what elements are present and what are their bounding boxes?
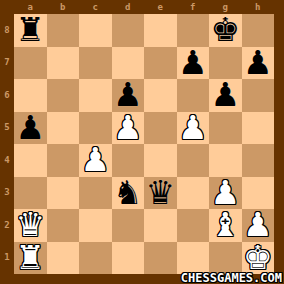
white-pawn-icon[interactable]: ♟ bbox=[113, 112, 143, 145]
rank-label-7: 7 bbox=[0, 47, 14, 80]
square-h4[interactable] bbox=[242, 144, 275, 177]
square-b2[interactable] bbox=[47, 209, 80, 242]
square-e2[interactable] bbox=[144, 209, 177, 242]
file-label-f: f bbox=[177, 0, 210, 14]
file-label-b: b bbox=[47, 0, 80, 14]
site-watermark: CHESSGAMES.COM bbox=[181, 272, 282, 284]
square-b8[interactable] bbox=[47, 14, 80, 47]
black-pawn-icon[interactable]: ♟ bbox=[243, 47, 273, 80]
square-f5[interactable]: ♟ bbox=[177, 112, 210, 145]
square-b1[interactable] bbox=[47, 242, 80, 275]
rank-label-2: 2 bbox=[0, 209, 14, 242]
square-f8[interactable] bbox=[177, 14, 210, 47]
square-a5[interactable]: ♟ bbox=[14, 112, 47, 145]
square-d1[interactable] bbox=[112, 242, 145, 275]
square-d5[interactable]: ♟ bbox=[112, 112, 145, 145]
rank-label-4: 4 bbox=[0, 144, 14, 177]
square-e7[interactable] bbox=[144, 47, 177, 80]
square-c2[interactable] bbox=[79, 209, 112, 242]
square-c8[interactable] bbox=[79, 14, 112, 47]
square-e1[interactable] bbox=[144, 242, 177, 275]
square-b5[interactable] bbox=[47, 112, 80, 145]
square-d3[interactable]: ♞ bbox=[112, 177, 145, 210]
square-e3[interactable]: ♛ bbox=[144, 177, 177, 210]
rank-label-3: 3 bbox=[0, 177, 14, 210]
chess-board-diagram: abcdefgh 87654321 ♜♚♟♟♟♟♟♟♟♟♞♛♟♛♝♟♜♚ CHE… bbox=[0, 0, 284, 284]
white-king-icon[interactable]: ♚ bbox=[243, 242, 273, 275]
black-pawn-icon[interactable]: ♟ bbox=[178, 47, 208, 80]
white-pawn-icon[interactable]: ♟ bbox=[243, 209, 273, 242]
square-g2[interactable]: ♝ bbox=[209, 209, 242, 242]
white-queen-icon[interactable]: ♛ bbox=[15, 209, 45, 242]
rank-label-8: 8 bbox=[0, 14, 14, 47]
square-g8[interactable]: ♚ bbox=[209, 14, 242, 47]
square-a1[interactable]: ♜ bbox=[14, 242, 47, 275]
square-c4[interactable]: ♟ bbox=[79, 144, 112, 177]
rank-labels: 87654321 bbox=[0, 14, 14, 274]
square-f1[interactable] bbox=[177, 242, 210, 275]
black-pawn-icon[interactable]: ♟ bbox=[113, 79, 143, 112]
white-bishop-icon[interactable]: ♝ bbox=[210, 209, 240, 242]
white-pawn-icon[interactable]: ♟ bbox=[80, 144, 110, 177]
square-c6[interactable] bbox=[79, 79, 112, 112]
square-h2[interactable]: ♟ bbox=[242, 209, 275, 242]
square-h7[interactable]: ♟ bbox=[242, 47, 275, 80]
square-a4[interactable] bbox=[14, 144, 47, 177]
black-rook-icon[interactable]: ♜ bbox=[15, 14, 45, 47]
square-c3[interactable] bbox=[79, 177, 112, 210]
black-queen-icon[interactable]: ♛ bbox=[145, 177, 175, 210]
square-f4[interactable] bbox=[177, 144, 210, 177]
rank-label-6: 6 bbox=[0, 79, 14, 112]
black-pawn-icon[interactable]: ♟ bbox=[210, 79, 240, 112]
square-g5[interactable] bbox=[209, 112, 242, 145]
square-h1[interactable]: ♚ bbox=[242, 242, 275, 275]
white-pawn-icon[interactable]: ♟ bbox=[178, 112, 208, 145]
square-c1[interactable] bbox=[79, 242, 112, 275]
square-a8[interactable]: ♜ bbox=[14, 14, 47, 47]
file-label-h: h bbox=[242, 0, 275, 14]
square-g6[interactable]: ♟ bbox=[209, 79, 242, 112]
square-e6[interactable] bbox=[144, 79, 177, 112]
square-d6[interactable]: ♟ bbox=[112, 79, 145, 112]
square-d4[interactable] bbox=[112, 144, 145, 177]
square-d2[interactable] bbox=[112, 209, 145, 242]
square-g4[interactable] bbox=[209, 144, 242, 177]
square-e4[interactable] bbox=[144, 144, 177, 177]
square-e8[interactable] bbox=[144, 14, 177, 47]
square-e5[interactable] bbox=[144, 112, 177, 145]
square-a2[interactable]: ♛ bbox=[14, 209, 47, 242]
square-a6[interactable] bbox=[14, 79, 47, 112]
file-label-e: e bbox=[144, 0, 177, 14]
black-pawn-icon[interactable]: ♟ bbox=[15, 112, 45, 145]
square-f7[interactable]: ♟ bbox=[177, 47, 210, 80]
square-f6[interactable] bbox=[177, 79, 210, 112]
square-h8[interactable] bbox=[242, 14, 275, 47]
black-king-icon[interactable]: ♚ bbox=[210, 14, 240, 47]
white-rook-icon[interactable]: ♜ bbox=[15, 242, 45, 275]
square-d8[interactable] bbox=[112, 14, 145, 47]
rank-label-1: 1 bbox=[0, 242, 14, 275]
file-label-d: d bbox=[112, 0, 145, 14]
square-h5[interactable] bbox=[242, 112, 275, 145]
square-f3[interactable] bbox=[177, 177, 210, 210]
square-a7[interactable] bbox=[14, 47, 47, 80]
square-c7[interactable] bbox=[79, 47, 112, 80]
square-b7[interactable] bbox=[47, 47, 80, 80]
black-knight-icon[interactable]: ♞ bbox=[113, 177, 143, 210]
chess-board: ♜♚♟♟♟♟♟♟♟♟♞♛♟♛♝♟♜♚ bbox=[14, 14, 274, 274]
square-g1[interactable] bbox=[209, 242, 242, 275]
file-label-c: c bbox=[79, 0, 112, 14]
rank-label-5: 5 bbox=[0, 112, 14, 145]
square-b6[interactable] bbox=[47, 79, 80, 112]
square-h6[interactable] bbox=[242, 79, 275, 112]
square-f2[interactable] bbox=[177, 209, 210, 242]
square-b4[interactable] bbox=[47, 144, 80, 177]
square-b3[interactable] bbox=[47, 177, 80, 210]
